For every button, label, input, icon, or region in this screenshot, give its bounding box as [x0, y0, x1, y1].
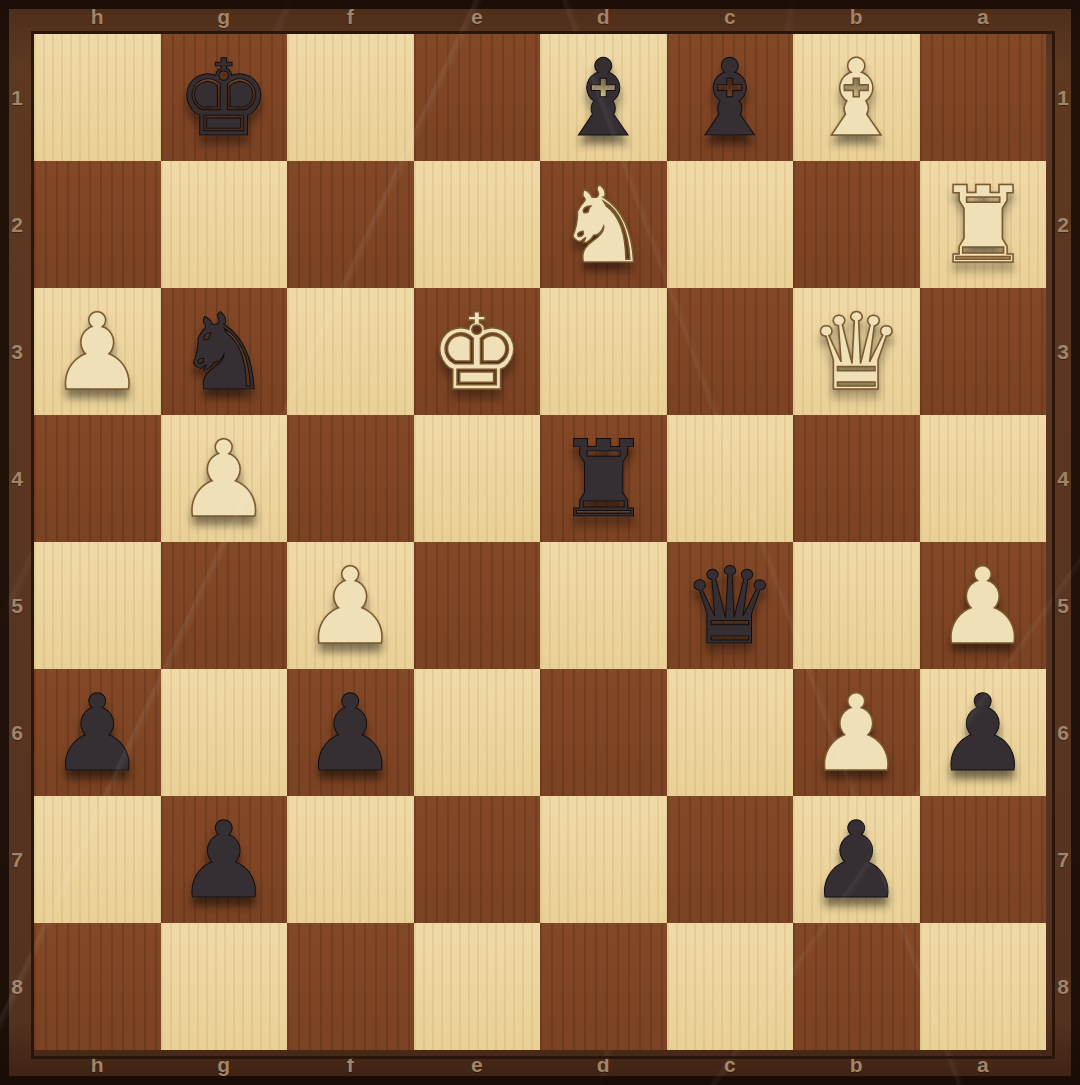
rank-labels-left: 12345678	[0, 34, 34, 1050]
square-e8[interactable]	[414, 923, 541, 1050]
square-g4[interactable]: ♟	[161, 415, 288, 542]
file-label-f: f	[287, 0, 414, 34]
square-b5[interactable]	[793, 542, 920, 669]
square-g2[interactable]	[161, 161, 288, 288]
square-a7[interactable]	[920, 796, 1047, 923]
piece-black-bishop-c1[interactable]: ♝	[682, 46, 777, 152]
square-f8[interactable]	[287, 923, 414, 1050]
piece-black-knight-g3[interactable]: ♞	[176, 300, 271, 406]
piece-black-pawn-h6[interactable]: ♟	[50, 681, 145, 787]
square-h2[interactable]	[34, 161, 161, 288]
square-f5[interactable]: ♟	[287, 542, 414, 669]
rank-label-7: 7	[1046, 796, 1080, 923]
piece-white-pawn-f5[interactable]: ♟	[303, 554, 398, 660]
piece-white-king-e3[interactable]: ♚	[429, 300, 524, 406]
square-g8[interactable]	[161, 923, 288, 1050]
square-d4[interactable]: ♜	[540, 415, 667, 542]
file-label-d: d	[540, 0, 667, 34]
chess-board: ♚♝♝♝♞♜♟♞♚♛♟♜♟♛♟♟♟♟♟♟♟	[34, 34, 1046, 1050]
square-h6[interactable]: ♟	[34, 669, 161, 796]
piece-white-pawn-g4[interactable]: ♟	[176, 427, 271, 533]
rank-label-8: 8	[1046, 923, 1080, 1050]
square-g3[interactable]: ♞	[161, 288, 288, 415]
square-d8[interactable]	[540, 923, 667, 1050]
rank-label-1: 1	[1046, 34, 1080, 161]
file-label-e: e	[414, 1050, 541, 1080]
file-label-c: c	[667, 1050, 794, 1080]
square-c7[interactable]	[667, 796, 794, 923]
square-b6[interactable]: ♟	[793, 669, 920, 796]
file-label-a: a	[920, 0, 1047, 34]
square-f4[interactable]	[287, 415, 414, 542]
file-label-c: c	[667, 0, 794, 34]
rank-label-3: 3	[1046, 288, 1080, 415]
rank-label-8: 8	[0, 923, 34, 1050]
square-e2[interactable]	[414, 161, 541, 288]
file-labels-top: hgfedcba	[34, 0, 1046, 34]
square-d6[interactable]	[540, 669, 667, 796]
square-h4[interactable]	[34, 415, 161, 542]
square-a2[interactable]: ♜	[920, 161, 1047, 288]
rank-label-1: 1	[0, 34, 34, 161]
rank-label-2: 2	[0, 161, 34, 288]
square-f7[interactable]	[287, 796, 414, 923]
square-h8[interactable]	[34, 923, 161, 1050]
square-c2[interactable]	[667, 161, 794, 288]
file-label-f: f	[287, 1050, 414, 1080]
square-c5[interactable]: ♛	[667, 542, 794, 669]
square-d1[interactable]: ♝	[540, 34, 667, 161]
square-g6[interactable]	[161, 669, 288, 796]
square-e1[interactable]	[414, 34, 541, 161]
piece-black-pawn-f6[interactable]: ♟	[303, 681, 398, 787]
square-e4[interactable]	[414, 415, 541, 542]
square-d2[interactable]: ♞	[540, 161, 667, 288]
square-b3[interactable]: ♛	[793, 288, 920, 415]
board-frame: hgfedcba hgfedcba 12345678 12345678 ♚♝♝♝…	[0, 0, 1080, 1085]
square-a1[interactable]	[920, 34, 1047, 161]
square-g1[interactable]: ♚	[161, 34, 288, 161]
square-g7[interactable]: ♟	[161, 796, 288, 923]
square-a6[interactable]: ♟	[920, 669, 1047, 796]
square-a3[interactable]	[920, 288, 1047, 415]
file-label-h: h	[34, 0, 161, 34]
piece-black-queen-c5[interactable]: ♛	[682, 554, 777, 660]
piece-black-king-g1[interactable]: ♚	[176, 46, 271, 152]
piece-white-queen-b3[interactable]: ♛	[809, 300, 904, 406]
piece-white-knight-d2[interactable]: ♞	[556, 173, 651, 279]
rank-label-6: 6	[0, 669, 34, 796]
square-c1[interactable]: ♝	[667, 34, 794, 161]
square-a4[interactable]	[920, 415, 1047, 542]
rank-labels-right: 12345678	[1046, 34, 1080, 1050]
file-label-a: a	[920, 1050, 1047, 1080]
square-f2[interactable]	[287, 161, 414, 288]
square-h3[interactable]: ♟	[34, 288, 161, 415]
file-label-g: g	[161, 1050, 288, 1080]
piece-white-rook-a2[interactable]: ♜	[935, 173, 1030, 279]
file-label-h: h	[34, 1050, 161, 1080]
rank-label-5: 5	[0, 542, 34, 669]
square-e6[interactable]	[414, 669, 541, 796]
square-a8[interactable]	[920, 923, 1047, 1050]
file-label-e: e	[414, 0, 541, 34]
square-h5[interactable]	[34, 542, 161, 669]
square-e5[interactable]	[414, 542, 541, 669]
piece-black-pawn-a6[interactable]: ♟	[935, 681, 1030, 787]
piece-white-bishop-b1[interactable]: ♝	[809, 46, 904, 152]
square-d5[interactable]	[540, 542, 667, 669]
square-c4[interactable]	[667, 415, 794, 542]
piece-white-pawn-a5[interactable]: ♟	[935, 554, 1030, 660]
piece-black-pawn-b7[interactable]: ♟	[809, 808, 904, 914]
file-label-g: g	[161, 0, 288, 34]
square-d7[interactable]	[540, 796, 667, 923]
file-labels-bottom: hgfedcba	[34, 1050, 1046, 1080]
square-c8[interactable]	[667, 923, 794, 1050]
rank-label-5: 5	[1046, 542, 1080, 669]
square-e3[interactable]: ♚	[414, 288, 541, 415]
file-label-d: d	[540, 1050, 667, 1080]
rank-label-6: 6	[1046, 669, 1080, 796]
rank-label-7: 7	[0, 796, 34, 923]
rank-label-2: 2	[1046, 161, 1080, 288]
square-f6[interactable]: ♟	[287, 669, 414, 796]
square-c3[interactable]	[667, 288, 794, 415]
file-label-b: b	[793, 1050, 920, 1080]
square-a5[interactable]: ♟	[920, 542, 1047, 669]
piece-black-bishop-d1[interactable]: ♝	[556, 46, 651, 152]
square-b4[interactable]	[793, 415, 920, 542]
square-b8[interactable]	[793, 923, 920, 1050]
rank-label-3: 3	[0, 288, 34, 415]
piece-white-pawn-b6[interactable]: ♟	[809, 681, 904, 787]
square-f1[interactable]	[287, 34, 414, 161]
square-b7[interactable]: ♟	[793, 796, 920, 923]
square-g5[interactable]	[161, 542, 288, 669]
square-h7[interactable]	[34, 796, 161, 923]
rank-label-4: 4	[0, 415, 34, 542]
piece-black-pawn-g7[interactable]: ♟	[176, 808, 271, 914]
rank-label-4: 4	[1046, 415, 1080, 542]
square-c6[interactable]	[667, 669, 794, 796]
file-label-b: b	[793, 0, 920, 34]
square-e7[interactable]	[414, 796, 541, 923]
square-d3[interactable]	[540, 288, 667, 415]
square-b2[interactable]	[793, 161, 920, 288]
square-h1[interactable]	[34, 34, 161, 161]
piece-black-rook-d4[interactable]: ♜	[556, 427, 651, 533]
piece-white-pawn-h3[interactable]: ♟	[50, 300, 145, 406]
square-f3[interactable]	[287, 288, 414, 415]
square-b1[interactable]: ♝	[793, 34, 920, 161]
